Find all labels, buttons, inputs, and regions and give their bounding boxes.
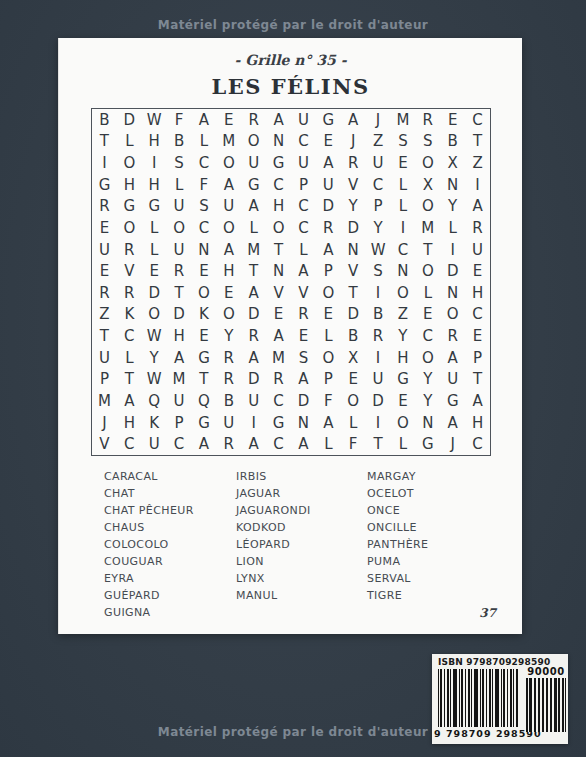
word-list-item: PANTHÈRE xyxy=(367,536,428,553)
grid-cell: O xyxy=(415,196,440,218)
grid-cell: A xyxy=(316,412,341,434)
grid-cell: D xyxy=(167,304,192,326)
addon-price-code: 90000 xyxy=(526,666,566,677)
grid-cell: A xyxy=(465,196,490,218)
grid-cell: Y xyxy=(216,325,241,347)
grid-cell: F xyxy=(316,390,341,412)
grid-cell: C xyxy=(465,304,490,326)
grid-cell: O xyxy=(142,304,167,326)
grid-cell: D xyxy=(241,304,266,326)
word-list-item: CARACAL xyxy=(104,468,194,485)
grid-cell: R xyxy=(167,260,192,282)
grid-cell: C xyxy=(465,109,490,131)
grid-cell: L xyxy=(167,174,192,196)
grid-cell: R xyxy=(117,282,142,304)
grid-cell: E xyxy=(391,390,416,412)
puzzle-page: - Grille n° 35 - LES FÉLINS BDWFAERAUGAJ… xyxy=(58,38,522,634)
grid-cell: C xyxy=(291,196,316,218)
grid-cell: F xyxy=(341,433,366,455)
grid-cell: C xyxy=(291,131,316,153)
grid-cell: J xyxy=(341,131,366,153)
grid-cell: R xyxy=(366,325,391,347)
grid-cell: I xyxy=(366,347,391,369)
grid-cell: S xyxy=(415,131,440,153)
grid-cell: O xyxy=(266,217,291,239)
grid-cell: T xyxy=(241,260,266,282)
grid-cell: U xyxy=(241,390,266,412)
grid-cell: S xyxy=(167,152,192,174)
grid-cell: E xyxy=(415,304,440,326)
grid-cell: C xyxy=(266,433,291,455)
grid-cell: K xyxy=(117,304,142,326)
word-list-item: CHAUS xyxy=(104,519,194,536)
grid-cell: Y xyxy=(415,369,440,391)
grid-cell: R xyxy=(465,217,490,239)
grid-cell: A xyxy=(341,109,366,131)
grid-cell: O xyxy=(216,152,241,174)
grid-cell: D xyxy=(440,260,465,282)
grid-cell: Q xyxy=(142,390,167,412)
grid-cell: H xyxy=(391,347,416,369)
word-list-item: GUIGNA xyxy=(104,604,194,621)
grid-cell: G xyxy=(316,109,341,131)
grid-cell: D xyxy=(241,369,266,391)
grid-cell: U xyxy=(92,239,117,261)
grid-cell: O xyxy=(341,390,366,412)
copyright-top-text: Matériel protégé par le droit d'auteur xyxy=(0,18,586,32)
grid-cell: M xyxy=(92,390,117,412)
grid-cell: N xyxy=(440,174,465,196)
word-list-item: LÉOPARD xyxy=(236,536,311,553)
grid-cell: U xyxy=(291,152,316,174)
grid-cell: N xyxy=(391,260,416,282)
grid-cell: E xyxy=(465,260,490,282)
grid-cell: D xyxy=(366,390,391,412)
grid-cell: O xyxy=(117,217,142,239)
grid-cell: R xyxy=(92,196,117,218)
grid-cell: E xyxy=(216,282,241,304)
grid-cell: A xyxy=(266,325,291,347)
grid-cell: U xyxy=(241,152,266,174)
word-list-item: KODKOD xyxy=(236,519,311,536)
grid-cell: W xyxy=(142,369,167,391)
grid-cell: R xyxy=(117,239,142,261)
grid-cell: L xyxy=(117,131,142,153)
grid-cell: E xyxy=(192,260,217,282)
grid-cell: A xyxy=(241,433,266,455)
grid-cell: V xyxy=(117,260,142,282)
grid-cell: A xyxy=(216,239,241,261)
grid-cell: E xyxy=(216,109,241,131)
grid-cell: G xyxy=(415,433,440,455)
grid-cell: C xyxy=(266,174,291,196)
grid-cell: C xyxy=(117,433,142,455)
grid-cell: I xyxy=(366,412,391,434)
grid-cell: T xyxy=(366,433,391,455)
grid-cell: B xyxy=(92,109,117,131)
grid-cell: B xyxy=(341,325,366,347)
grid-cell: S xyxy=(391,131,416,153)
grid-cell: X xyxy=(341,347,366,369)
grid-cell: R xyxy=(266,369,291,391)
grid-cell: C xyxy=(391,239,416,261)
grid-cell: O xyxy=(117,152,142,174)
grid-cell: R xyxy=(440,325,465,347)
grid-cell: E xyxy=(142,260,167,282)
grid-cell: E xyxy=(440,109,465,131)
grid-cell: Y xyxy=(440,196,465,218)
grid-cell: Y xyxy=(341,196,366,218)
grid-cell: T xyxy=(465,131,490,153)
grid-cell: C xyxy=(167,433,192,455)
grid-cell: E xyxy=(341,369,366,391)
grid-cell: Z xyxy=(465,152,490,174)
grid-cell: A xyxy=(216,174,241,196)
grid-cell: Q xyxy=(192,390,217,412)
word-list-item: MANUL xyxy=(236,587,311,604)
grid-cell: A xyxy=(241,196,266,218)
grid-cell: O xyxy=(316,347,341,369)
grid-cell: E xyxy=(192,325,217,347)
grid-cell: N xyxy=(341,239,366,261)
grid-cell: O xyxy=(391,282,416,304)
grid-cell: Z xyxy=(366,131,391,153)
grid-cell: V xyxy=(291,282,316,304)
grid-cell: A xyxy=(192,433,217,455)
grid-cell: P xyxy=(92,369,117,391)
grid-cell: O xyxy=(216,217,241,239)
grid-cell: T xyxy=(465,369,490,391)
grid-cell: I xyxy=(241,412,266,434)
grid-cell: D xyxy=(117,109,142,131)
grid-cell: X xyxy=(440,152,465,174)
grid-cell: P xyxy=(316,369,341,391)
grid-cell: A xyxy=(316,239,341,261)
grid-cell: H xyxy=(465,282,490,304)
grid-cell: H xyxy=(142,174,167,196)
grid-cell: O xyxy=(216,304,241,326)
grid-cell: K xyxy=(192,304,217,326)
grid-cell: A xyxy=(192,109,217,131)
grid-cell: O xyxy=(167,217,192,239)
grid-cell: G xyxy=(266,152,291,174)
grid-cell: A xyxy=(291,369,316,391)
grid-cell: R xyxy=(216,369,241,391)
grid-cell: V xyxy=(341,174,366,196)
grid-cell: L xyxy=(440,217,465,239)
grid-cell: M xyxy=(216,131,241,153)
word-list-item: ONCE xyxy=(367,502,428,519)
word-list-item: IRBIS xyxy=(236,468,311,485)
grid-cell: R xyxy=(415,109,440,131)
grid-cell: A xyxy=(266,109,291,131)
grid-cell: I xyxy=(92,152,117,174)
grid-cell: Z xyxy=(391,304,416,326)
grid-cell: L xyxy=(391,196,416,218)
word-list-item: SERVAL xyxy=(367,570,428,587)
grid-cell: U xyxy=(167,196,192,218)
grid-cell: D xyxy=(341,304,366,326)
grid-cell: L xyxy=(192,131,217,153)
grid-cell: L xyxy=(117,347,142,369)
grid-cell: Y xyxy=(142,347,167,369)
grid-cell: R xyxy=(216,347,241,369)
grid-cell: B xyxy=(216,390,241,412)
grid-cell: U xyxy=(291,109,316,131)
word-list-item: PUMA xyxy=(367,553,428,570)
grid-cell: G xyxy=(391,369,416,391)
grid-cell: B xyxy=(167,131,192,153)
grid-cell: E xyxy=(291,325,316,347)
grid-cell: O xyxy=(241,131,266,153)
grid-cell: G xyxy=(117,196,142,218)
grid-cell: E xyxy=(316,304,341,326)
grid-cell: N xyxy=(440,282,465,304)
grid-cell: G xyxy=(266,412,291,434)
grid-cell: H xyxy=(216,260,241,282)
grid-cell: C xyxy=(415,325,440,347)
grid-cell: R xyxy=(341,152,366,174)
addon-barcode xyxy=(526,678,566,732)
grid-cell: P xyxy=(167,412,192,434)
grid-cell: U xyxy=(440,369,465,391)
grid-cell: S xyxy=(291,347,316,369)
grid-cell: V xyxy=(266,282,291,304)
grid-cell: I xyxy=(366,282,391,304)
word-list-item: CHAT PÊCHEUR xyxy=(104,502,194,519)
grid-cell: H xyxy=(266,196,291,218)
grid-cell: H xyxy=(167,325,192,347)
word-search-grid: BDWFAERAUGAJMRECTLHBLMONCEJZSSBTIOISCOUG… xyxy=(91,108,491,456)
grid-cell: L xyxy=(142,239,167,261)
grid-cell: V xyxy=(341,260,366,282)
grid-cell: D xyxy=(316,196,341,218)
grid-cell: F xyxy=(167,109,192,131)
grid-cell: A xyxy=(291,433,316,455)
grid-cell: L xyxy=(341,412,366,434)
puzzle-title: LES FÉLINS xyxy=(59,74,522,99)
barcode-digits: 9 798709 298590 xyxy=(434,728,522,739)
grid-cell: E xyxy=(92,217,117,239)
grid-cell: M xyxy=(167,369,192,391)
word-column: MARGAYOCELOTONCEONCILLEPANTHÈREPUMASERVA… xyxy=(367,468,428,604)
grid-cell: E xyxy=(92,260,117,282)
grid-cell: W xyxy=(366,239,391,261)
grid-cell: G xyxy=(241,174,266,196)
grid-cell: R xyxy=(241,109,266,131)
grid-cell: G xyxy=(440,390,465,412)
ean-barcode xyxy=(438,669,518,727)
grid-cell: C xyxy=(291,217,316,239)
grid-cell: N xyxy=(415,412,440,434)
grid-cell: Y xyxy=(366,217,391,239)
word-list-item: LYNX xyxy=(236,570,311,587)
grid-cell: R xyxy=(241,325,266,347)
grid-cell: A xyxy=(241,347,266,369)
grid-cell: A xyxy=(465,390,490,412)
grid-cell: W xyxy=(142,325,167,347)
grid-cell: H xyxy=(142,131,167,153)
word-list-item: LION xyxy=(236,553,311,570)
word-list-item: ONCILLE xyxy=(367,519,428,536)
grid-cell: C xyxy=(465,433,490,455)
word-list-item: GUÉPARD xyxy=(104,587,194,604)
grid-cell: L xyxy=(391,433,416,455)
grid-cell: A xyxy=(316,152,341,174)
grid-cell: T xyxy=(167,282,192,304)
grid-cell: T xyxy=(415,239,440,261)
word-list-item: COLOCOLO xyxy=(104,536,194,553)
grid-cell: V xyxy=(92,433,117,455)
grille-number-label: - Grille n° 35 - xyxy=(59,52,522,68)
grid-cell: A xyxy=(291,260,316,282)
grid-cell: C xyxy=(192,152,217,174)
grid-cell: L xyxy=(415,282,440,304)
word-column: CARACALCHATCHAT PÊCHEURCHAUSCOLOCOLOCOUG… xyxy=(104,468,194,621)
grid-cell: R xyxy=(92,282,117,304)
grid-cell: M xyxy=(391,109,416,131)
grid-cell: O xyxy=(440,304,465,326)
grid-cell: E xyxy=(266,304,291,326)
grid-cell: L xyxy=(391,174,416,196)
grid-cell: G xyxy=(192,347,217,369)
grid-cell: R xyxy=(316,217,341,239)
grid-cell: L xyxy=(291,239,316,261)
word-list-item: CHAT xyxy=(104,485,194,502)
word-list-item: JAGUARONDI xyxy=(236,502,311,519)
grid-cell: A xyxy=(167,347,192,369)
grid-cell: G xyxy=(142,196,167,218)
grid-cell: C xyxy=(266,390,291,412)
grid-cell: G xyxy=(192,412,217,434)
grid-cell: X xyxy=(415,174,440,196)
grid-cell: L xyxy=(316,325,341,347)
grid-cell: E xyxy=(316,131,341,153)
grid-cell: T xyxy=(117,369,142,391)
grid-cell: T xyxy=(92,131,117,153)
grid-cell: L xyxy=(316,433,341,455)
grid-cell: U xyxy=(142,433,167,455)
grid-cell: T xyxy=(92,325,117,347)
grid-cell: T xyxy=(341,282,366,304)
grid-cell: O xyxy=(192,282,217,304)
grid-cell: R xyxy=(291,304,316,326)
grid-cell: U xyxy=(216,412,241,434)
grid-cell: R xyxy=(216,433,241,455)
grid-cell: E xyxy=(391,152,416,174)
grid-cell: U xyxy=(366,152,391,174)
grid-cell: Y xyxy=(415,390,440,412)
grid-cell: N xyxy=(291,412,316,434)
grid-cell: J xyxy=(366,109,391,131)
grid-cell: O xyxy=(415,152,440,174)
grid-cell: A xyxy=(117,390,142,412)
word-list-item: OCELOT xyxy=(367,485,428,502)
grid-cell: C xyxy=(192,217,217,239)
grid-cell: M xyxy=(415,217,440,239)
grid-cell: H xyxy=(117,174,142,196)
grid-cell: S xyxy=(366,260,391,282)
page-number: 37 xyxy=(479,606,496,620)
grid-cell: P xyxy=(316,260,341,282)
grid-cell: O xyxy=(316,282,341,304)
grid-cell: O xyxy=(415,347,440,369)
grid-cell: Y xyxy=(391,325,416,347)
grid-cell: A xyxy=(440,347,465,369)
grid-cell: U xyxy=(316,174,341,196)
grid-cell: U xyxy=(92,347,117,369)
grid-cell: J xyxy=(92,412,117,434)
word-list-item: JAGUAR xyxy=(236,485,311,502)
grid-cell: N xyxy=(266,131,291,153)
grid-cell: M xyxy=(241,239,266,261)
grid-cell: U xyxy=(366,369,391,391)
grid-cell: J xyxy=(440,433,465,455)
word-list-item: MARGAY xyxy=(367,468,428,485)
grid-cell: S xyxy=(192,196,217,218)
grid-cell: I xyxy=(440,239,465,261)
grid-cell: N xyxy=(192,239,217,261)
grid-cell: D xyxy=(341,217,366,239)
grid-cell: H xyxy=(117,412,142,434)
grid-cell: T xyxy=(192,369,217,391)
grid-cell: G xyxy=(92,174,117,196)
grid-cell: B xyxy=(366,304,391,326)
grid-cell: Z xyxy=(92,304,117,326)
grid-cell: A xyxy=(241,282,266,304)
word-list-item: TIGRE xyxy=(367,587,428,604)
grid-cell: F xyxy=(192,174,217,196)
grid-cell: E xyxy=(465,325,490,347)
grid-cell: U xyxy=(465,239,490,261)
grid-cell: I xyxy=(465,174,490,196)
grid-cell: C xyxy=(117,325,142,347)
grid-cell: I xyxy=(391,217,416,239)
grid-cell: P xyxy=(366,196,391,218)
grid-cell: B xyxy=(440,131,465,153)
grid-cell: U xyxy=(167,239,192,261)
grid-cell: T xyxy=(266,239,291,261)
grid-cell: U xyxy=(216,196,241,218)
grid-cell: A xyxy=(440,412,465,434)
grid-cell: P xyxy=(291,174,316,196)
barcode-panel: ISBN 9798709298590 9 798709 298590 90000 xyxy=(432,654,568,744)
word-list-item: EYRA xyxy=(104,570,194,587)
word-column: IRBISJAGUARJAGUARONDIKODKODLÉOPARDLIONLY… xyxy=(236,468,311,604)
grid-cell: L xyxy=(142,217,167,239)
grid-cell: P xyxy=(465,347,490,369)
grid-cell: W xyxy=(142,109,167,131)
grid-cell: I xyxy=(142,152,167,174)
grid-cell: N xyxy=(266,260,291,282)
grid-cell: H xyxy=(465,412,490,434)
grid-cell: O xyxy=(415,260,440,282)
grid-cell: L xyxy=(241,217,266,239)
word-list-item: COUGUAR xyxy=(104,553,194,570)
grid-cell: M xyxy=(266,347,291,369)
grid-cell: D xyxy=(291,390,316,412)
grid-cell: K xyxy=(142,412,167,434)
grid-cell: D xyxy=(142,282,167,304)
grid-cell: C xyxy=(366,174,391,196)
grid-cell: O xyxy=(391,412,416,434)
grid-cell: U xyxy=(167,390,192,412)
